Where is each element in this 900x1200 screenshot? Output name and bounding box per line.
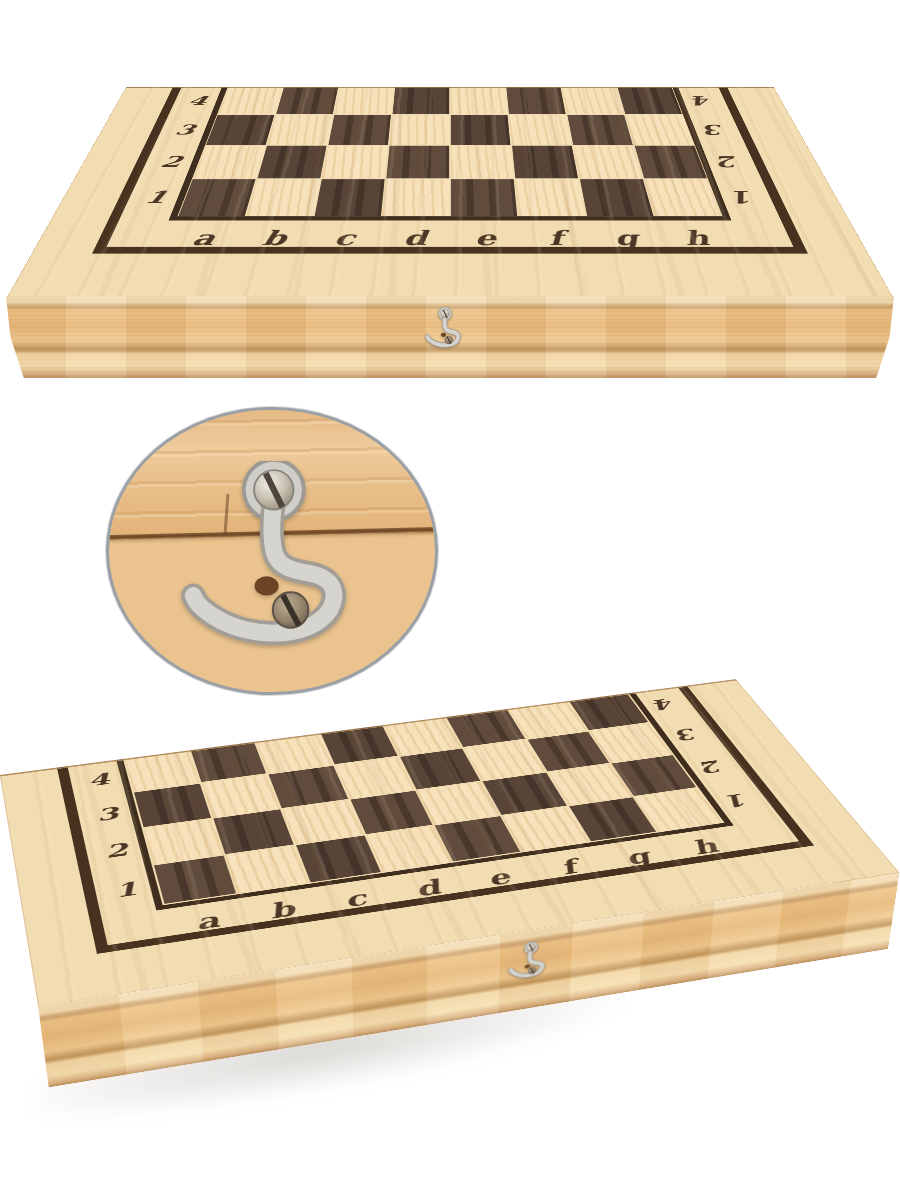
file-label-a: a bbox=[166, 904, 249, 940]
rank-label-1-left: 1 bbox=[94, 866, 158, 914]
rank-label-2-left: 2 bbox=[85, 828, 147, 873]
clasp-hook-icon bbox=[505, 933, 552, 988]
file-label-d: d bbox=[379, 226, 450, 250]
file-label-c: c bbox=[307, 226, 381, 250]
file-label-f: f bbox=[527, 851, 610, 884]
square-a2 bbox=[143, 819, 223, 865]
product-photo: 44332211abcdefgh 44332211abcdefgh bbox=[0, 0, 900, 1200]
rank-label-3-left: 3 bbox=[77, 793, 137, 836]
chess-board-surface: 44332211abcdefgh bbox=[7, 87, 893, 297]
file-label-e: e bbox=[457, 861, 540, 894]
square-d1 bbox=[366, 826, 451, 872]
clasp-hook-icon bbox=[424, 300, 464, 358]
square-c1 bbox=[296, 836, 380, 883]
square-e1 bbox=[435, 816, 521, 862]
board-bottom-scene: 44332211abcdefgh bbox=[0, 560, 900, 1200]
fold-seam bbox=[125, 87, 774, 88]
file-label-d: d bbox=[386, 871, 469, 905]
file-label-h: h bbox=[657, 226, 736, 250]
file-label-a: a bbox=[164, 226, 243, 250]
square-b1 bbox=[226, 845, 309, 893]
file-label-e: e bbox=[450, 226, 521, 250]
square-a1 bbox=[154, 856, 236, 905]
file-label-b: b bbox=[241, 893, 324, 928]
file-label-g: g bbox=[596, 841, 679, 873]
file-label-g: g bbox=[588, 226, 664, 250]
box-front-side bbox=[6, 296, 894, 378]
board-view-angled: 44332211abcdefgh bbox=[0, 560, 900, 1200]
board-view-front: 44332211abcdefgh bbox=[0, 84, 900, 384]
file-label-c: c bbox=[314, 882, 397, 916]
board-top-scene: 44332211abcdefgh bbox=[7, 84, 893, 297]
file-label-h: h bbox=[663, 831, 746, 863]
chess-board-box: 44332211abcdefgh bbox=[0, 679, 899, 1007]
file-label-f: f bbox=[519, 226, 593, 250]
file-label-b: b bbox=[236, 226, 312, 250]
